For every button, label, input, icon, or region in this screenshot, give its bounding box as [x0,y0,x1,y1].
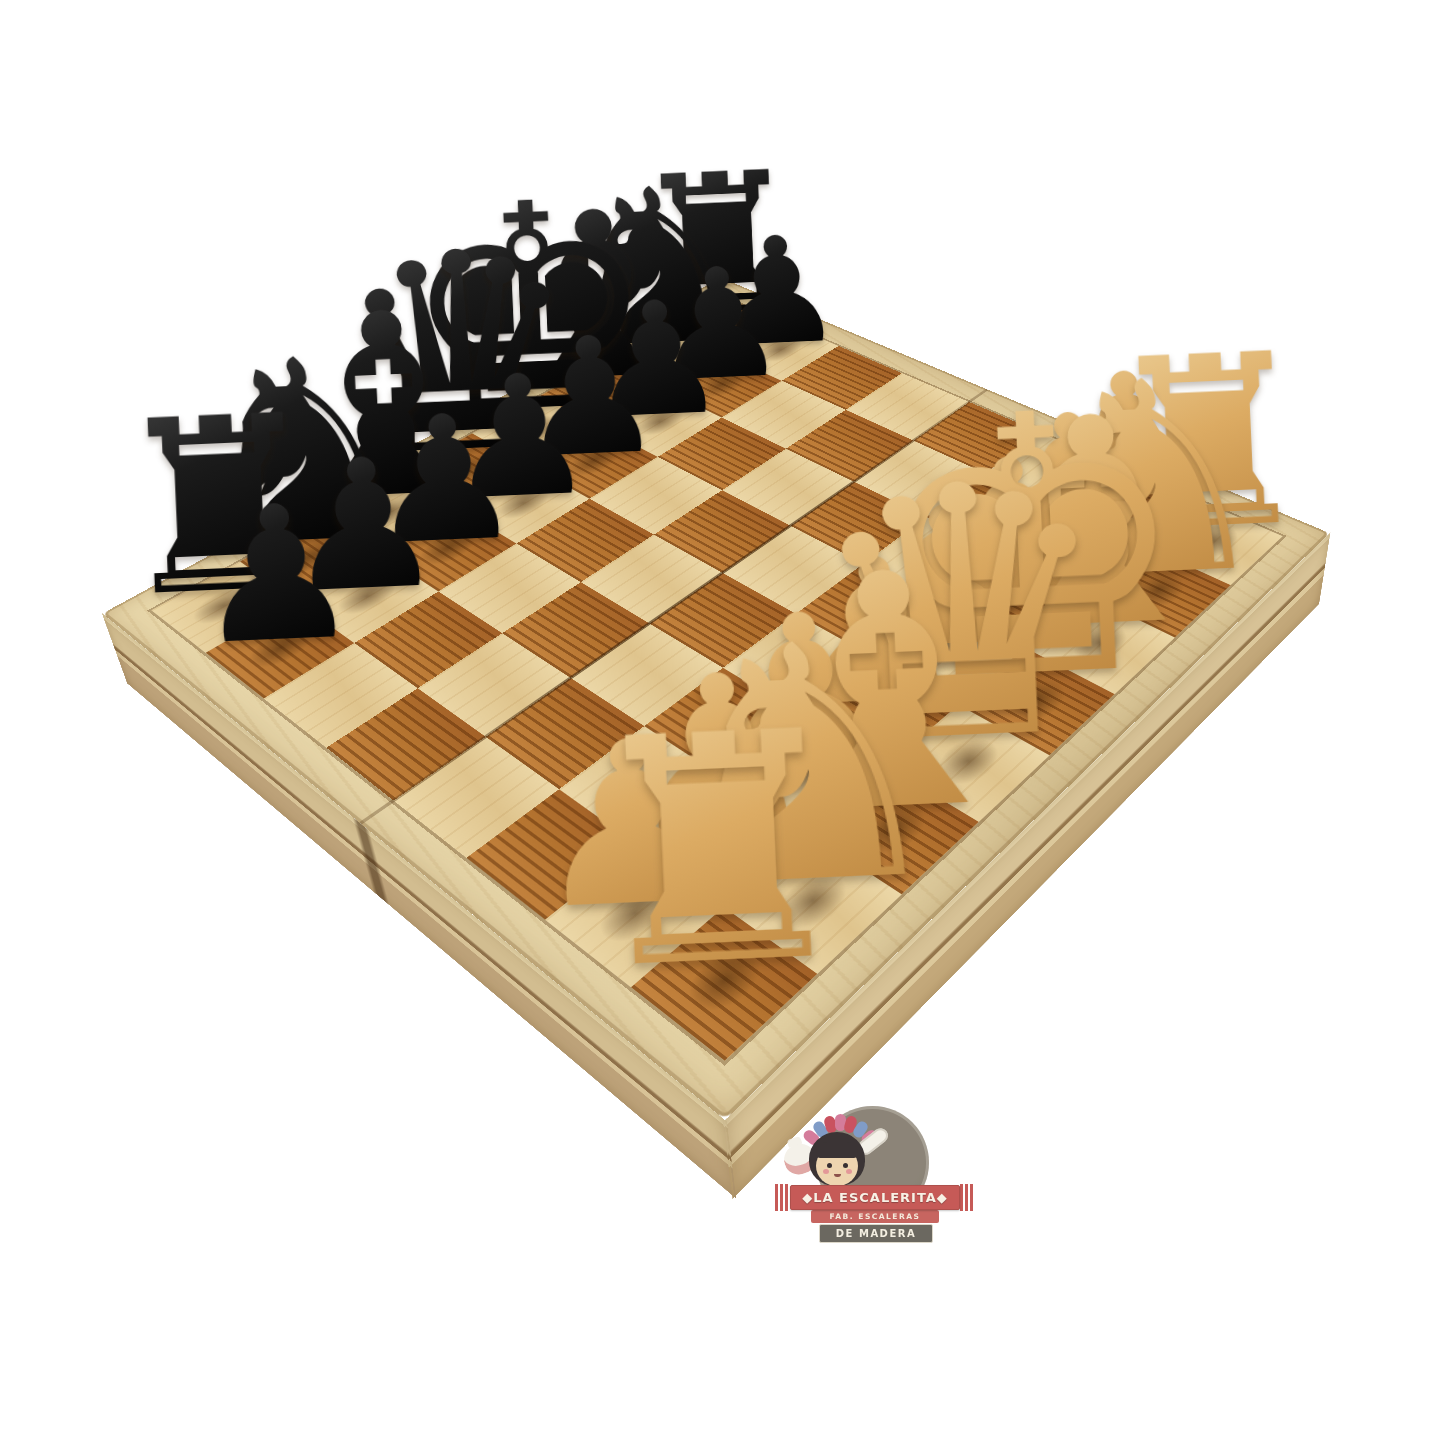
chess-board: ♜♞♝♛♚♝♞♜♟♟♟♟♟♟♟♟♟♟♟♟♟♟♟♟♜♞♝♛♚♝♞♜ [102,277,1329,1119]
square-h7: ♟ [721,320,838,380]
ribbon-fringe-left [775,1184,790,1211]
black-bishop: ♝ [335,180,857,413]
doll-eye [843,1163,848,1168]
doll-bangs [816,1142,858,1158]
doll-cheek [846,1169,852,1174]
ribbon-fringe-right [960,1184,975,1211]
doll-cheek [823,1169,829,1174]
black-knight: ♞ [406,159,912,377]
black-rook: ♜ [472,146,963,343]
brand-watermark: ◆LA ESCALERITA◆ FAB. ESCALERAS DE MADERA [780,1106,970,1264]
square-g8: ♞ [604,327,721,388]
square-f8: ♝ [540,360,661,425]
square-h8: ♜ [664,295,778,352]
white-rook: ♜ [317,690,1120,1013]
square-a1: ♜ [630,906,816,1060]
camera-tilt: ♜♞♝♛♚♝♞♜♟♟♟♟♟♟♟♟♟♟♟♟♟♟♟♟♜♞♝♛♚♝♞♜ [0,0,1445,1445]
brand-tagline: FAB. ESCALERAS [811,1210,939,1223]
brand-material-label: DE MADERA [819,1224,933,1243]
product-photo-scene: ♜♞♝♛♚♝♞♜♟♟♟♟♟♟♟♟♟♟♟♟♟♟♟♟♜♞♝♛♚♝♞♜ [0,0,1445,1445]
doll-eye [827,1163,832,1168]
ribbon-band: ◆LA ESCALERITA◆ [790,1185,960,1210]
brand-name: ◆LA ESCALERITA◆ [802,1190,948,1205]
board-grid: ♜♞♝♛♚♝♞♜♟♟♟♟♟♟♟♟♟♟♟♟♟♟♟♟♜♞♝♛♚♝♞♜ [151,295,1282,1060]
board-frame: ♜♞♝♛♚♝♞♜♟♟♟♟♟♟♟♟♟♟♟♟♟♟♟♟♜♞♝♛♚♝♞♜ [102,277,1329,1119]
brand-ribbon: ◆LA ESCALERITA◆ [774,1186,976,1209]
